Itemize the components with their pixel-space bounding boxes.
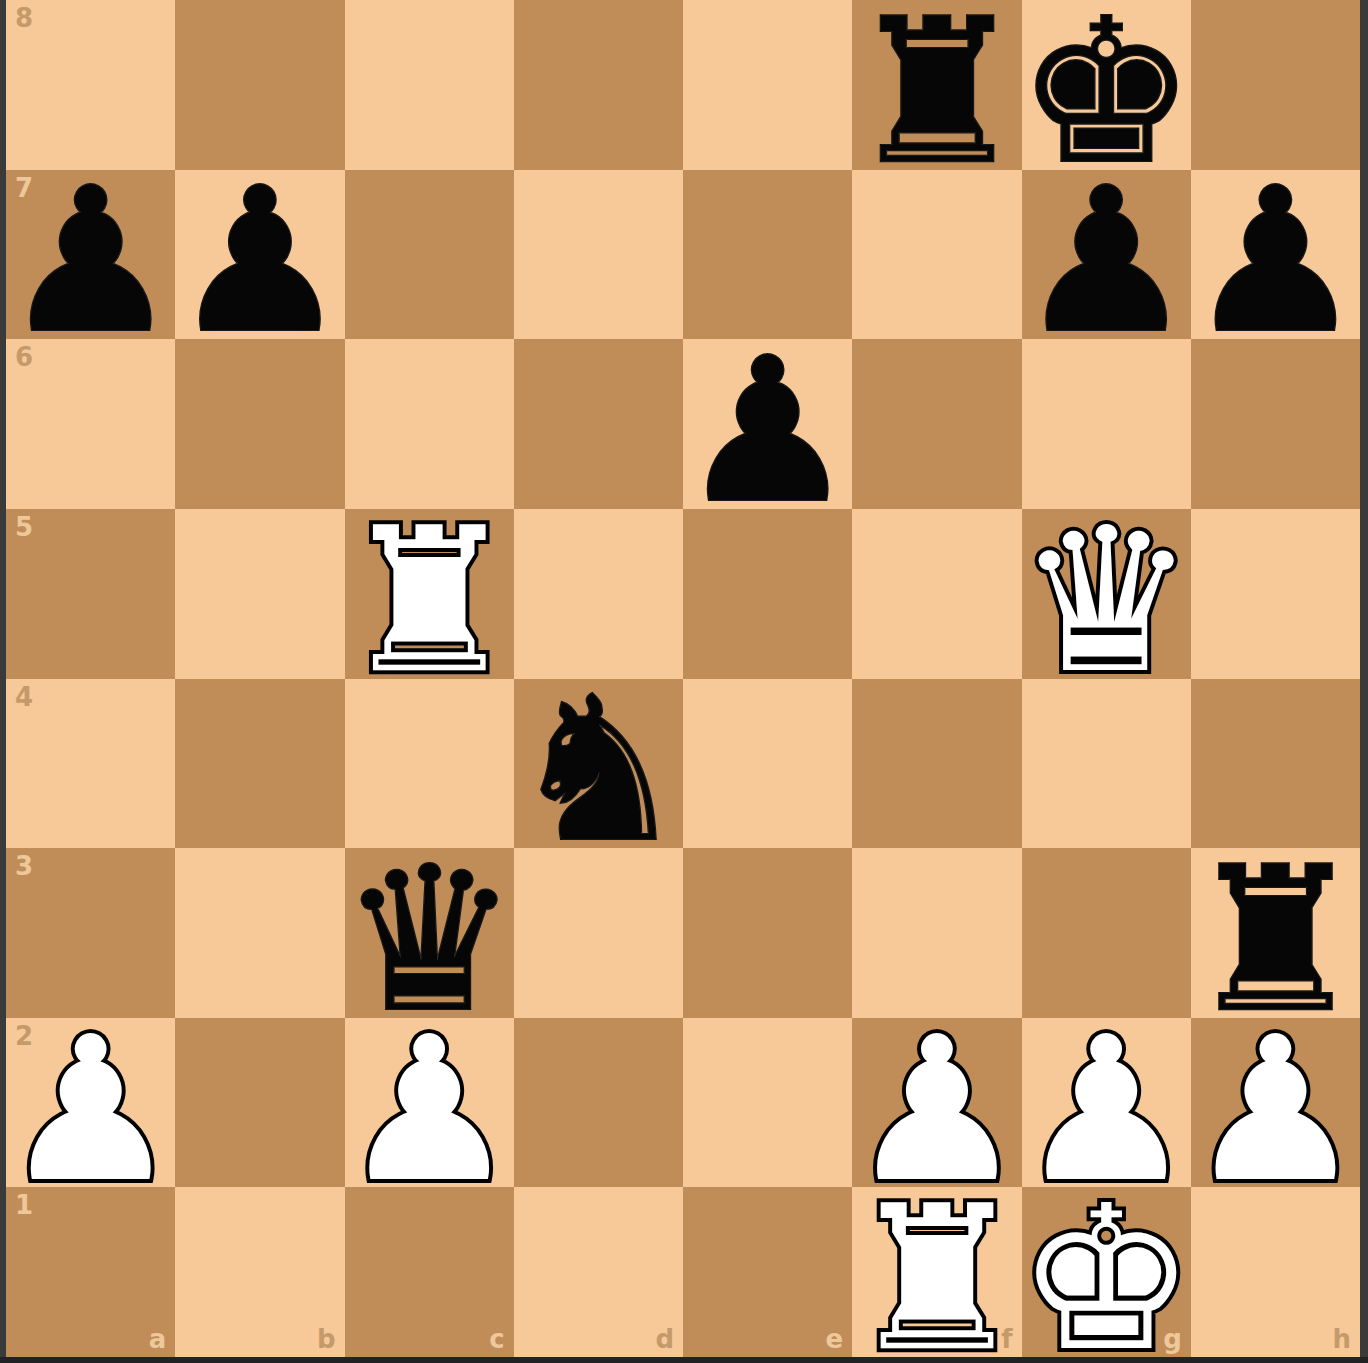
square-c8[interactable] — [345, 0, 514, 170]
rank-label-5: 5 — [15, 514, 33, 540]
square-e8[interactable] — [683, 0, 852, 170]
square-e1[interactable]: e — [683, 1187, 852, 1357]
square-h7[interactable]: ♟ — [1191, 170, 1360, 340]
piece-black-rook-f8[interactable]: ♜ — [852, 7, 1021, 177]
square-d1[interactable]: d — [514, 1187, 683, 1357]
square-b6[interactable] — [175, 339, 344, 509]
square-a1[interactable]: 1a — [6, 1187, 175, 1357]
square-a4[interactable]: 4 — [6, 679, 175, 849]
piece-black-knight-d4[interactable]: ♞ — [514, 686, 683, 856]
piece-white-queen-g5[interactable]: ♛ — [1022, 516, 1191, 686]
square-b4[interactable] — [175, 679, 344, 849]
piece-white-pawn-c2[interactable]: ♟ — [345, 1025, 514, 1195]
square-b7[interactable]: ♟ — [175, 170, 344, 340]
file-label-e: e — [826, 1326, 844, 1352]
piece-white-king-g1[interactable]: ♚ — [1022, 1194, 1191, 1363]
square-b3[interactable] — [175, 848, 344, 1018]
piece-black-pawn-g7[interactable]: ♟ — [1022, 177, 1191, 347]
square-d2[interactable] — [514, 1018, 683, 1188]
square-a2[interactable]: 2♟ — [6, 1018, 175, 1188]
square-h6[interactable] — [1191, 339, 1360, 509]
square-d3[interactable] — [514, 848, 683, 1018]
piece-white-pawn-h2[interactable]: ♟ — [1191, 1025, 1360, 1195]
square-f4[interactable] — [852, 679, 1021, 849]
square-d4[interactable]: ♞ — [514, 679, 683, 849]
square-a6[interactable]: 6 — [6, 339, 175, 509]
file-label-b: b — [317, 1326, 336, 1352]
square-g7[interactable]: ♟ — [1022, 170, 1191, 340]
piece-black-pawn-h7[interactable]: ♟ — [1191, 177, 1360, 347]
piece-white-rook-c5[interactable]: ♜ — [345, 516, 514, 686]
square-d6[interactable] — [514, 339, 683, 509]
piece-white-rook-f1[interactable]: ♜ — [852, 1194, 1021, 1363]
chess-board: 8♜♚7♟♟♟♟6♟5♜♛4♞3♛♜2♟♟♟♟♟1abcdef♜g♚h — [6, 0, 1360, 1357]
piece-black-pawn-e6[interactable]: ♟ — [683, 346, 852, 516]
square-f8[interactable]: ♜ — [852, 0, 1021, 170]
square-f5[interactable] — [852, 509, 1021, 679]
square-d8[interactable] — [514, 0, 683, 170]
square-e2[interactable] — [683, 1018, 852, 1188]
square-f1[interactable]: f♜ — [852, 1187, 1021, 1357]
piece-white-pawn-a2[interactable]: ♟ — [6, 1025, 175, 1195]
square-g1[interactable]: g♚ — [1022, 1187, 1191, 1357]
square-e6[interactable]: ♟ — [683, 339, 852, 509]
square-h1[interactable]: h — [1191, 1187, 1360, 1357]
rank-label-6: 6 — [15, 344, 33, 370]
square-b1[interactable]: b — [175, 1187, 344, 1357]
square-e3[interactable] — [683, 848, 852, 1018]
piece-black-pawn-a7[interactable]: ♟ — [6, 177, 175, 347]
piece-black-pawn-b7[interactable]: ♟ — [175, 177, 344, 347]
rank-label-3: 3 — [15, 853, 33, 879]
square-e4[interactable] — [683, 679, 852, 849]
square-b2[interactable] — [175, 1018, 344, 1188]
square-c2[interactable]: ♟ — [345, 1018, 514, 1188]
rank-label-8: 8 — [15, 5, 33, 31]
file-label-c: c — [489, 1326, 504, 1352]
square-c5[interactable]: ♜ — [345, 509, 514, 679]
square-e5[interactable] — [683, 509, 852, 679]
square-h2[interactable]: ♟ — [1191, 1018, 1360, 1188]
rank-label-4: 4 — [15, 684, 33, 710]
rank-label-1: 1 — [15, 1192, 33, 1218]
square-b5[interactable] — [175, 509, 344, 679]
square-a5[interactable]: 5 — [6, 509, 175, 679]
file-label-h: h — [1332, 1326, 1351, 1352]
square-a7[interactable]: 7♟ — [6, 170, 175, 340]
square-f7[interactable] — [852, 170, 1021, 340]
square-g4[interactable] — [1022, 679, 1191, 849]
file-label-a: a — [149, 1326, 167, 1352]
square-c7[interactable] — [345, 170, 514, 340]
square-c1[interactable]: c — [345, 1187, 514, 1357]
square-f6[interactable] — [852, 339, 1021, 509]
square-d7[interactable] — [514, 170, 683, 340]
file-label-d: d — [655, 1326, 674, 1352]
square-h5[interactable] — [1191, 509, 1360, 679]
board-frame: 8♜♚7♟♟♟♟6♟5♜♛4♞3♛♜2♟♟♟♟♟1abcdef♜g♚h — [0, 0, 1368, 1363]
square-g5[interactable]: ♛ — [1022, 509, 1191, 679]
